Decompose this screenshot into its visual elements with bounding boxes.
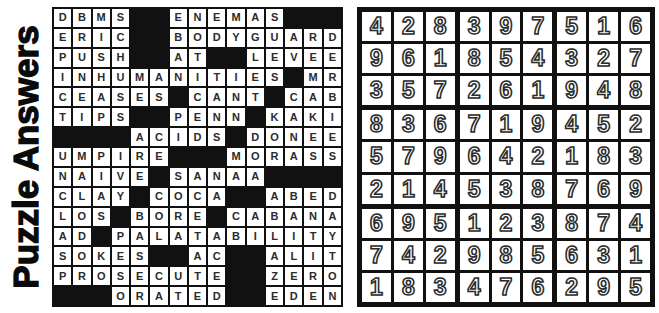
crossword-cell: E	[285, 267, 302, 285]
crossword-cell: R	[170, 208, 187, 226]
sudoku-cell: 6	[362, 209, 391, 238]
crossword-cell: D	[73, 228, 90, 246]
crossword-cell: B	[131, 208, 148, 226]
crossword-cell: A	[170, 228, 187, 246]
crossword-cell: A	[208, 188, 225, 206]
sudoku-cell: 4	[589, 76, 618, 105]
sudoku-box: 123985476	[460, 209, 553, 302]
page-title: Puzzle Answers	[0, 0, 52, 313]
crossword-cell: U	[266, 29, 283, 47]
crossword-black-cell	[227, 287, 244, 305]
crossword-black-cell	[227, 49, 244, 67]
sudoku-cell: 9	[362, 44, 391, 73]
sudoku-cell: 6	[589, 175, 618, 204]
crossword-cell: C	[285, 88, 302, 106]
crossword-black-cell	[150, 49, 167, 67]
crossword-cell: I	[54, 69, 71, 87]
page-title-text: Puzzle Answers	[6, 25, 46, 288]
crossword-cell: R	[304, 29, 321, 47]
sudoku-cell: 6	[523, 273, 552, 302]
crossword-black-cell	[285, 168, 302, 186]
crossword-cell: B	[324, 88, 341, 106]
crossword-cell: B	[73, 9, 90, 27]
crossword-black-cell	[266, 168, 283, 186]
crossword-cell: L	[73, 188, 90, 206]
sudoku-cell: 2	[426, 241, 455, 270]
crossword-cell: G	[247, 29, 264, 47]
crossword-cell: K	[304, 108, 321, 126]
crossword-cell: P	[93, 108, 110, 126]
sudoku-cell: 2	[523, 142, 552, 171]
sudoku-cell: 4	[523, 44, 552, 73]
crossword-cell: E	[131, 168, 148, 186]
sudoku-cell: 2	[394, 12, 423, 41]
crossword-cell: S	[112, 267, 129, 285]
crossword-cell: R	[131, 148, 148, 166]
sudoku-cell: 7	[621, 44, 650, 73]
crossword-cell: A	[208, 88, 225, 106]
crossword-cell: V	[112, 168, 129, 186]
crossword-black-cell	[227, 267, 244, 285]
crossword-cell: N	[170, 69, 187, 87]
crossword-cell: N	[227, 108, 244, 126]
crossword-cell: U	[73, 49, 90, 67]
crossword-cell: A	[247, 168, 264, 186]
crossword-cell: A	[285, 29, 302, 47]
crossword-cell: I	[247, 228, 264, 246]
sudoku-cell: 7	[426, 76, 455, 105]
crossword-cell: N	[324, 287, 341, 305]
sudoku-cell: 1	[557, 142, 586, 171]
crossword-cell: A	[189, 168, 206, 186]
crossword-cell: V	[285, 49, 302, 67]
crossword-black-cell	[93, 228, 110, 246]
crossword-cell: C	[54, 88, 71, 106]
crossword-cell: C	[150, 128, 167, 146]
crossword-cell: E	[247, 69, 264, 87]
crossword-cell: A	[170, 49, 187, 67]
crossword-cell: E	[324, 128, 341, 146]
crossword-cell: D	[208, 29, 225, 47]
crossword-black-cell	[227, 247, 244, 265]
crossword-cell: E	[131, 88, 148, 106]
sudoku-cell: 6	[492, 76, 521, 105]
sudoku-cell: 8	[492, 241, 521, 270]
sudoku-cell: 2	[621, 110, 650, 139]
crossword-cell: A	[247, 208, 264, 226]
crossword-black-cell	[304, 168, 321, 186]
crossword-black-cell	[112, 208, 129, 226]
crossword-cell: I	[93, 168, 110, 186]
crossword-cell: Y	[112, 188, 129, 206]
crossword-cell: M	[131, 69, 148, 87]
crossword-black-cell	[247, 188, 264, 206]
sudoku-cell: 1	[394, 175, 423, 204]
crossword-cell: E	[304, 128, 321, 146]
crossword-cell: N	[189, 9, 206, 27]
sudoku-cell: 4	[426, 175, 455, 204]
sudoku-cell: 4	[394, 241, 423, 270]
crossword-cell: N	[73, 69, 90, 87]
sudoku-cell: 9	[523, 110, 552, 139]
crossword-cell: A	[285, 148, 302, 166]
crossword-cell: S	[112, 9, 129, 27]
crossword-cell: M	[227, 148, 244, 166]
crossword-black-cell	[93, 128, 110, 146]
crossword-black-cell	[247, 108, 264, 126]
crossword-black-cell	[247, 287, 264, 305]
crossword-cell: M	[227, 9, 244, 27]
crossword-cell: E	[208, 9, 225, 27]
sudoku-cell: 8	[426, 12, 455, 41]
crossword-cell: R	[304, 267, 321, 285]
crossword-cell: M	[73, 148, 90, 166]
sudoku-cell: 7	[492, 273, 521, 302]
crossword-black-cell	[285, 9, 302, 27]
sudoku-cell: 2	[492, 209, 521, 238]
crossword-cell: I	[189, 69, 206, 87]
sudoku-cell: 3	[621, 142, 650, 171]
crossword-cell: S	[324, 148, 341, 166]
crossword-black-cell	[150, 247, 167, 265]
sudoku-cell: 9	[589, 273, 618, 302]
sudoku-cell: 3	[523, 209, 552, 238]
crossword-cell: O	[189, 29, 206, 47]
crossword-cell: S	[112, 108, 129, 126]
sudoku-cell: 4	[460, 273, 489, 302]
crossword-black-cell	[150, 168, 167, 186]
crossword-cell: E	[304, 188, 321, 206]
crossword-black-cell	[93, 287, 110, 305]
crossword-black-cell	[112, 128, 129, 146]
crossword-cell: C	[112, 29, 129, 47]
sudoku-cell: 1	[460, 209, 489, 238]
crossword-cell: P	[54, 49, 71, 67]
crossword-cell: S	[54, 247, 71, 265]
sudoku-cell: 6	[394, 44, 423, 73]
crossword-cell: T	[189, 228, 206, 246]
sudoku-cell: 1	[589, 12, 618, 41]
crossword-black-cell	[150, 9, 167, 27]
crossword-cell: I	[170, 128, 187, 146]
crossword-cell: C	[189, 88, 206, 106]
crossword-cell: O	[112, 287, 129, 305]
crossword-cell: N	[304, 208, 321, 226]
crossword-cell: E	[324, 49, 341, 67]
sudoku-box: 397854261	[460, 12, 553, 105]
crossword-cell: L	[285, 247, 302, 265]
crossword-cell: A	[150, 287, 167, 305]
crossword-cell: A	[247, 9, 264, 27]
crossword-cell: E	[54, 29, 71, 47]
crossword-cell: A	[131, 128, 148, 146]
crossword-black-cell	[131, 9, 148, 27]
sudoku-cell: 3	[394, 110, 423, 139]
crossword-cell: O	[150, 208, 167, 226]
crossword-cell: L	[54, 208, 71, 226]
sudoku-cell: 2	[460, 76, 489, 105]
crossword-cell: K	[93, 247, 110, 265]
crossword-cell: C	[150, 188, 167, 206]
crossword-cell: A	[266, 247, 283, 265]
crossword-cell: D	[54, 9, 71, 27]
sudoku-cell: 8	[362, 110, 391, 139]
crossword-black-cell	[170, 88, 187, 106]
sudoku-cell: 5	[589, 110, 618, 139]
crossword-cell: C	[189, 188, 206, 206]
crossword-cell: E	[266, 49, 283, 67]
sudoku-cell: 4	[492, 142, 521, 171]
sudoku-box: 452183769	[557, 110, 650, 203]
sudoku-grid: 4289613573978542615163279488365792147196…	[357, 7, 655, 307]
crossword-cell: A	[266, 188, 283, 206]
sudoku-cell: 9	[557, 76, 586, 105]
crossword-cell: L	[247, 49, 264, 67]
crossword-cell: E	[208, 267, 225, 285]
sudoku-cell: 9	[394, 209, 423, 238]
crossword-cell: A	[285, 108, 302, 126]
crossword-cell: C	[208, 247, 225, 265]
sudoku-cell: 9	[621, 175, 650, 204]
crossword-cell: H	[112, 49, 129, 67]
crossword-cell: E	[73, 88, 90, 106]
sudoku-box: 428961357	[362, 12, 455, 105]
crossword-cell: D	[324, 29, 341, 47]
sudoku-cell: 6	[557, 241, 586, 270]
crossword-cell: R	[266, 148, 283, 166]
sudoku-cell: 2	[589, 44, 618, 73]
sudoku-cell: 8	[557, 209, 586, 238]
crossword-cell: U	[54, 148, 71, 166]
sudoku-cell: 3	[492, 175, 521, 204]
crossword-cell: D	[208, 287, 225, 305]
crossword-cell: A	[150, 69, 167, 87]
crossword-cell: I	[227, 69, 244, 87]
sudoku-cell: 2	[557, 273, 586, 302]
sudoku-cell: 8	[394, 273, 423, 302]
crossword-cell: D	[324, 188, 341, 206]
crossword-cell: I	[304, 247, 321, 265]
crossword-cell: S	[170, 168, 187, 186]
crossword-cell: P	[170, 108, 187, 126]
crossword-cell: A	[93, 88, 110, 106]
sudoku-cell: 3	[362, 76, 391, 105]
puzzle-answers-page: Puzzle Answers DBMSENEMASERICBODYGUARDPU…	[0, 0, 659, 313]
crossword-cell: C	[54, 188, 71, 206]
sudoku-box: 719642538	[460, 110, 553, 203]
crossword-cell: A	[285, 208, 302, 226]
sudoku-cell: 5	[492, 44, 521, 73]
sudoku-cell: 7	[394, 142, 423, 171]
sudoku-cell: 9	[426, 142, 455, 171]
crossword-black-cell	[208, 49, 225, 67]
crossword-cell: C	[150, 267, 167, 285]
crossword-cell: U	[170, 267, 187, 285]
crossword-cell: S	[266, 9, 283, 27]
crossword-cell: T	[304, 228, 321, 246]
crossword-cell: E	[170, 9, 187, 27]
crossword-cell: A	[304, 88, 321, 106]
crossword-cell: I	[324, 108, 341, 126]
crossword-black-cell	[247, 267, 264, 285]
crossword-cell: L	[150, 228, 167, 246]
crossword-cell: N	[54, 168, 71, 186]
sudoku-cell: 7	[523, 12, 552, 41]
crossword-cell: N	[227, 88, 244, 106]
crossword-black-cell	[170, 148, 187, 166]
sudoku-box: 836579214	[362, 110, 455, 203]
crossword-black-cell	[324, 9, 341, 27]
crossword-cell: A	[54, 228, 71, 246]
crossword-cell: E	[304, 287, 321, 305]
crossword-cell: O	[73, 208, 90, 226]
sudoku-box: 874631295	[557, 209, 650, 302]
sudoku-cell: 5	[426, 209, 455, 238]
crossword-black-cell	[131, 49, 148, 67]
crossword-cell: M	[304, 69, 321, 87]
crossword-black-cell	[131, 29, 148, 47]
sudoku-cell: 5	[362, 142, 391, 171]
crossword-cell: A	[227, 168, 244, 186]
sudoku-cell: 7	[362, 241, 391, 270]
sudoku-cell: 8	[621, 76, 650, 105]
crossword-cell: T	[208, 69, 225, 87]
crossword-black-cell	[227, 128, 244, 146]
sudoku-cell: 5	[460, 175, 489, 204]
crossword-black-cell	[227, 188, 244, 206]
sudoku-cell: 1	[621, 241, 650, 270]
crossword-cell: S	[150, 88, 167, 106]
crossword-cell: E	[189, 208, 206, 226]
sudoku-box: 516327948	[557, 12, 650, 105]
crossword-cell: N	[208, 168, 225, 186]
crossword-cell: S	[304, 148, 321, 166]
crossword-cell: I	[93, 29, 110, 47]
crossword-cell: E	[266, 287, 283, 305]
crossword-cell: I	[73, 108, 90, 126]
crossword-cell: A	[324, 208, 341, 226]
crossword-cell: B	[285, 188, 302, 206]
crossword-cell: A	[73, 168, 90, 186]
crossword-cell: O	[73, 247, 90, 265]
sudoku-cell: 5	[557, 12, 586, 41]
crossword-cell: D	[285, 287, 302, 305]
crossword-cell: Z	[266, 267, 283, 285]
crossword-cell: S	[131, 247, 148, 265]
crossword-cell: O	[324, 267, 341, 285]
crossword-cell: R	[73, 29, 90, 47]
crossword-cell: B	[266, 208, 283, 226]
crossword-cell: L	[266, 228, 283, 246]
sudoku-cell: 6	[460, 142, 489, 171]
crossword-black-cell	[285, 69, 302, 87]
sudoku-cell: 3	[589, 241, 618, 270]
crossword-cell: T	[247, 88, 264, 106]
crossword-cell: T	[54, 108, 71, 126]
crossword-cell: O	[266, 128, 283, 146]
sudoku-cell: 3	[460, 12, 489, 41]
crossword-black-cell	[324, 168, 341, 186]
crossword-cell: T	[170, 287, 187, 305]
crossword-black-cell	[208, 208, 225, 226]
crossword-black-cell	[54, 128, 71, 146]
sudoku-cell: 4	[362, 12, 391, 41]
sudoku-cell: 1	[426, 44, 455, 73]
crossword-cell: A	[208, 228, 225, 246]
crossword-cell: S	[208, 128, 225, 146]
crossword-black-cell	[54, 287, 71, 305]
crossword-cell: P	[54, 267, 71, 285]
crossword-cell: T	[189, 49, 206, 67]
crossword-cell: H	[93, 69, 110, 87]
sudoku-cell: 7	[557, 175, 586, 204]
crossword-cell: C	[227, 208, 244, 226]
crossword-cell: I	[285, 228, 302, 246]
crossword-cell: N	[285, 128, 302, 146]
sudoku-cell: 6	[621, 12, 650, 41]
crossword-black-cell	[150, 108, 167, 126]
crossword-cell: S	[93, 208, 110, 226]
crossword-cell: U	[112, 69, 129, 87]
crossword-black-cell	[73, 287, 90, 305]
crossword-grid: DBMSENEMASERICBODYGUARDPUSHATLEVEEINHUMA…	[52, 7, 343, 307]
sudoku-cell: 4	[557, 110, 586, 139]
crossword-cell: O	[247, 148, 264, 166]
sudoku-cell: 8	[523, 175, 552, 204]
crossword-cell: A	[189, 247, 206, 265]
sudoku-box: 695742183	[362, 209, 455, 302]
crossword-cell: B	[227, 228, 244, 246]
sudoku-cell: 5	[621, 273, 650, 302]
crossword-cell: N	[208, 108, 225, 126]
sudoku-cell: 4	[621, 209, 650, 238]
sudoku-cell: 2	[362, 175, 391, 204]
crossword-black-cell	[208, 148, 225, 166]
crossword-black-cell	[189, 148, 206, 166]
sudoku-cell: 5	[523, 241, 552, 270]
crossword-cell: E	[112, 247, 129, 265]
crossword-cell: A	[131, 228, 148, 246]
crossword-cell: T	[189, 267, 206, 285]
crossword-cell: M	[93, 9, 110, 27]
crossword-cell: B	[170, 29, 187, 47]
crossword-black-cell	[73, 128, 90, 146]
crossword-cell: E	[189, 287, 206, 305]
crossword-cell: Y	[324, 228, 341, 246]
crossword-cell: E	[131, 267, 148, 285]
crossword-cell: R	[324, 69, 341, 87]
crossword-black-cell	[170, 247, 187, 265]
crossword-cell: P	[112, 228, 129, 246]
sudoku-cell: 5	[394, 76, 423, 105]
sudoku-cell: 3	[426, 273, 455, 302]
crossword-cell: S	[266, 69, 283, 87]
crossword-cell: T	[324, 247, 341, 265]
sudoku-cell: 7	[589, 209, 618, 238]
crossword-black-cell	[131, 108, 148, 126]
crossword-black-cell	[131, 188, 148, 206]
crossword-cell: R	[73, 267, 90, 285]
crossword-black-cell	[150, 29, 167, 47]
sudoku-cell: 7	[460, 110, 489, 139]
sudoku-cell: 3	[557, 44, 586, 73]
crossword-cell: A	[93, 188, 110, 206]
sudoku-cell: 1	[362, 273, 391, 302]
crossword-cell: R	[131, 287, 148, 305]
crossword-black-cell	[304, 9, 321, 27]
crossword-cell: Y	[227, 29, 244, 47]
crossword-cell: D	[189, 128, 206, 146]
